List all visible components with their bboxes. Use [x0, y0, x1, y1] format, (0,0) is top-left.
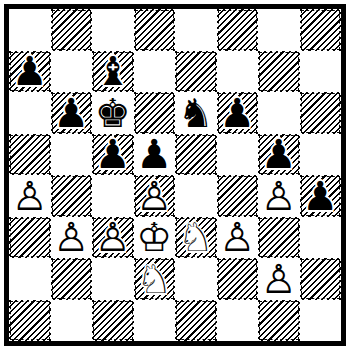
square-h4[interactable]: ♟♟ — [300, 175, 342, 217]
square-g7[interactable] — [258, 51, 300, 93]
square-c4[interactable] — [92, 175, 134, 217]
black-pawn: ♟♟ — [51, 92, 93, 134]
white-pawn: ♟♙ — [217, 217, 259, 259]
white-pawn: ♟♙ — [258, 175, 300, 217]
square-b8[interactable] — [51, 9, 93, 51]
square-f5[interactable] — [217, 134, 259, 176]
square-c6[interactable]: ♚♚ — [92, 92, 134, 134]
black-pawn: ♟♟ — [134, 134, 176, 176]
black-pawn: ♟♟ — [9, 51, 51, 93]
black-pawn: ♟♟ — [258, 134, 300, 176]
square-g2[interactable]: ♟♙ — [258, 258, 300, 300]
piece-glyph: ♙ — [9, 175, 51, 217]
piece-glyph: ♟ — [258, 134, 300, 176]
square-a1[interactable] — [9, 300, 51, 342]
piece-glyph: ♞ — [175, 92, 217, 134]
square-b5[interactable] — [51, 134, 93, 176]
black-bishop: ♝♝ — [92, 51, 134, 93]
square-b6[interactable]: ♟♟ — [51, 92, 93, 134]
piece-glyph: ♙ — [258, 175, 300, 217]
square-f2[interactable] — [217, 258, 259, 300]
square-a3[interactable] — [9, 217, 51, 259]
piece-glyph: ♟ — [92, 134, 134, 176]
square-c8[interactable] — [92, 9, 134, 51]
white-pawn: ♟♙ — [258, 258, 300, 300]
piece-glyph: ♘ — [175, 217, 217, 259]
square-a8[interactable] — [9, 9, 51, 51]
chess-diagram: ♟♟♝♝♟♟♚♚♞♞♟♟♟♟♟♟♟♟♟♙♟♙♟♙♟♟♟♙♟♙♚♔♞♘♟♙♞♘♟♙ — [0, 0, 350, 350]
square-d8[interactable] — [134, 9, 176, 51]
square-h2[interactable] — [300, 258, 342, 300]
square-d1[interactable] — [134, 300, 176, 342]
square-f3[interactable]: ♟♙ — [217, 217, 259, 259]
square-e1[interactable] — [175, 300, 217, 342]
piece-glyph: ♙ — [92, 217, 134, 259]
chess-board: ♟♟♝♝♟♟♚♚♞♞♟♟♟♟♟♟♟♟♟♙♟♙♟♙♟♟♟♙♟♙♚♔♞♘♟♙♞♘♟♙ — [9, 9, 341, 341]
piece-glyph: ♚ — [92, 92, 134, 134]
square-d6[interactable] — [134, 92, 176, 134]
square-c3[interactable]: ♟♙ — [92, 217, 134, 259]
white-pawn: ♟♙ — [9, 175, 51, 217]
square-e7[interactable] — [175, 51, 217, 93]
square-c2[interactable] — [92, 258, 134, 300]
square-g5[interactable]: ♟♟ — [258, 134, 300, 176]
square-a7[interactable]: ♟♟ — [9, 51, 51, 93]
square-c7[interactable]: ♝♝ — [92, 51, 134, 93]
square-g3[interactable] — [258, 217, 300, 259]
piece-glyph: ♟ — [51, 92, 93, 134]
square-b3[interactable]: ♟♙ — [51, 217, 93, 259]
square-b2[interactable] — [51, 258, 93, 300]
square-e8[interactable] — [175, 9, 217, 51]
piece-glyph: ♙ — [217, 217, 259, 259]
white-pawn: ♟♙ — [51, 217, 93, 259]
square-g1[interactable] — [258, 300, 300, 342]
square-d7[interactable] — [134, 51, 176, 93]
square-f1[interactable] — [217, 300, 259, 342]
square-d4[interactable]: ♟♙ — [134, 175, 176, 217]
white-king: ♚♔ — [134, 217, 176, 259]
square-f4[interactable] — [217, 175, 259, 217]
black-knight: ♞♞ — [175, 92, 217, 134]
square-g8[interactable] — [258, 9, 300, 51]
square-e6[interactable]: ♞♞ — [175, 92, 217, 134]
square-h8[interactable] — [300, 9, 342, 51]
square-a6[interactable] — [9, 92, 51, 134]
square-h7[interactable] — [300, 51, 342, 93]
square-f6[interactable]: ♟♟ — [217, 92, 259, 134]
square-h6[interactable] — [300, 92, 342, 134]
square-h1[interactable] — [300, 300, 342, 342]
square-c1[interactable] — [92, 300, 134, 342]
square-b7[interactable] — [51, 51, 93, 93]
square-e2[interactable] — [175, 258, 217, 300]
square-b1[interactable] — [51, 300, 93, 342]
piece-glyph: ♟ — [300, 175, 342, 217]
square-h3[interactable] — [300, 217, 342, 259]
piece-glyph: ♝ — [92, 51, 134, 93]
piece-glyph: ♟ — [134, 134, 176, 176]
white-knight: ♞♘ — [175, 217, 217, 259]
white-pawn: ♟♙ — [92, 217, 134, 259]
black-pawn: ♟♟ — [300, 175, 342, 217]
square-a4[interactable]: ♟♙ — [9, 175, 51, 217]
square-d3[interactable]: ♚♔ — [134, 217, 176, 259]
piece-glyph: ♙ — [258, 258, 300, 300]
black-pawn: ♟♟ — [92, 134, 134, 176]
piece-glyph: ♙ — [134, 175, 176, 217]
square-f7[interactable] — [217, 51, 259, 93]
piece-glyph: ♘ — [134, 258, 176, 300]
white-knight: ♞♘ — [134, 258, 176, 300]
square-d2[interactable]: ♞♘ — [134, 258, 176, 300]
square-b4[interactable] — [51, 175, 93, 217]
square-f8[interactable] — [217, 9, 259, 51]
square-a2[interactable] — [9, 258, 51, 300]
piece-glyph: ♙ — [51, 217, 93, 259]
white-pawn: ♟♙ — [134, 175, 176, 217]
square-a5[interactable] — [9, 134, 51, 176]
square-e5[interactable] — [175, 134, 217, 176]
black-pawn: ♟♟ — [217, 92, 259, 134]
square-e3[interactable]: ♞♘ — [175, 217, 217, 259]
square-e4[interactable] — [175, 175, 217, 217]
square-g6[interactable] — [258, 92, 300, 134]
square-h5[interactable] — [300, 134, 342, 176]
square-g4[interactable]: ♟♙ — [258, 175, 300, 217]
square-d5[interactable]: ♟♟ — [134, 134, 176, 176]
piece-glyph: ♟ — [9, 51, 51, 93]
square-c5[interactable]: ♟♟ — [92, 134, 134, 176]
piece-glyph: ♔ — [134, 217, 176, 259]
piece-glyph: ♟ — [217, 92, 259, 134]
black-king: ♚♚ — [92, 92, 134, 134]
